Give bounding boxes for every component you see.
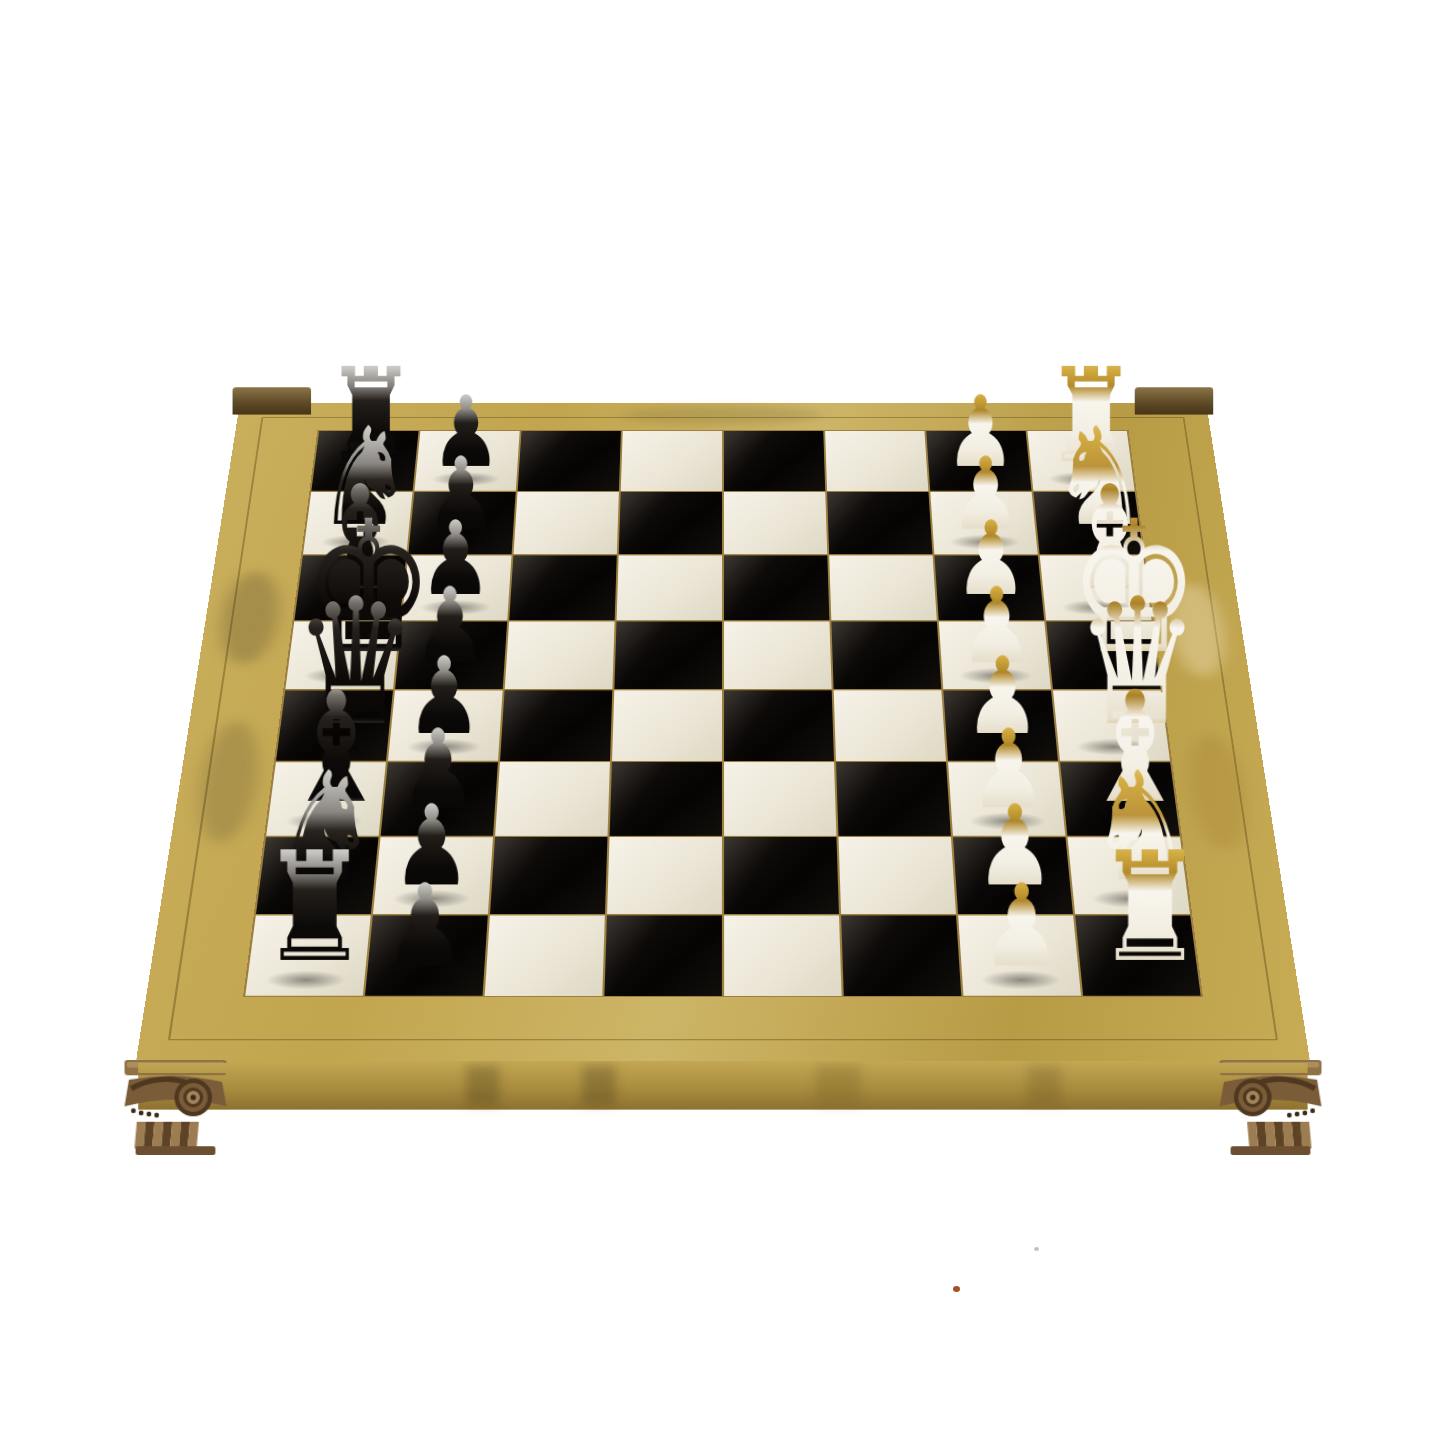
- front-edge-reflection: [1027, 1065, 1060, 1105]
- piece-black-pawn-a7[interactable]: ♟: [366, 870, 483, 984]
- square-d6[interactable]: [500, 690, 612, 760]
- white-rook-icon: ♜: [1096, 832, 1205, 984]
- square-g6[interactable]: [514, 492, 619, 554]
- product-photo-stage: ♜♟♟♜♞♟♟♞♝♟♟♝♚♟♟♚♛♟♟♛♝♟♟♝♞♟♟♞♜♟♟♜: [0, 0, 1445, 1445]
- piece-white-pawn-a2[interactable]: ♟: [963, 870, 1080, 984]
- square-f4[interactable]: [724, 555, 829, 620]
- square-f6[interactable]: [509, 555, 617, 620]
- playing-area-grid: ♜♟♟♜♞♟♟♞♝♟♟♝♚♟♟♚♛♟♟♛♝♟♟♝♞♟♟♞♜♟♟♜: [243, 430, 1203, 998]
- foot-ornament-icon: [1217, 1060, 1323, 1155]
- black-pawn-icon: ♟: [384, 870, 466, 984]
- square-d3[interactable]: [834, 690, 946, 760]
- square-b5[interactable]: [607, 837, 722, 914]
- piece-white-rook-a1[interactable]: ♜: [1082, 832, 1199, 984]
- chess-board: ♜♟♟♜♞♟♟♞♝♟♟♝♚♟♟♚♛♟♟♛♝♟♟♝♞♟♟♞♜♟♟♜: [136, 403, 1310, 1061]
- square-a2[interactable]: ♟: [958, 915, 1081, 995]
- square-g3[interactable]: [827, 492, 932, 554]
- ionic-column-foot-right: [1217, 1060, 1323, 1155]
- square-c3[interactable]: [836, 762, 951, 836]
- square-c4[interactable]: [724, 762, 836, 836]
- board-scene: ♜♟♟♜♞♟♟♞♝♟♟♝♚♟♟♚♛♟♟♛♝♟♟♝♞♟♟♞♜♟♟♜: [0, 0, 1445, 1445]
- square-d4[interactable]: [724, 690, 834, 760]
- square-e4[interactable]: [724, 622, 832, 690]
- square-e6[interactable]: [505, 622, 615, 690]
- square-a5[interactable]: [604, 915, 722, 995]
- frame-reflection: [622, 406, 824, 424]
- square-e5[interactable]: [614, 622, 722, 690]
- square-a7[interactable]: ♟: [365, 915, 488, 995]
- square-h6[interactable]: [518, 431, 621, 491]
- square-h5[interactable]: [621, 431, 722, 491]
- front-edge-reflection: [817, 1065, 861, 1105]
- square-c5[interactable]: [610, 762, 722, 836]
- square-b3[interactable]: [839, 837, 956, 914]
- square-h3[interactable]: [825, 431, 928, 491]
- black-rook-icon: ♜: [260, 832, 369, 984]
- square-a1[interactable]: ♜: [1075, 915, 1200, 995]
- back-corner-bracket-left: [233, 387, 312, 414]
- square-e3[interactable]: [831, 622, 941, 690]
- board-front-edge: [138, 1061, 1308, 1110]
- square-a6[interactable]: [485, 915, 605, 995]
- square-g4[interactable]: [724, 492, 827, 554]
- front-edge-reflection: [583, 1065, 616, 1105]
- foot-ornament-icon: [122, 1060, 228, 1155]
- square-f3[interactable]: [829, 555, 937, 620]
- piece-black-rook-a8[interactable]: ♜: [247, 832, 364, 984]
- square-a8[interactable]: ♜: [245, 915, 370, 995]
- front-edge-reflection: [466, 1065, 499, 1105]
- square-b6[interactable]: [490, 837, 607, 914]
- square-f5[interactable]: [617, 555, 722, 620]
- ionic-column-foot-left: [122, 1060, 228, 1155]
- square-b4[interactable]: [724, 837, 839, 914]
- square-a3[interactable]: [841, 915, 961, 995]
- square-d5[interactable]: [612, 690, 722, 760]
- square-c6[interactable]: [495, 762, 610, 836]
- white-pawn-icon: ♟: [980, 870, 1062, 984]
- square-g5[interactable]: [619, 492, 722, 554]
- dust-speck: [1034, 1247, 1039, 1251]
- square-a4[interactable]: [724, 915, 842, 995]
- dust-speck: [953, 1286, 960, 1292]
- square-h4[interactable]: [724, 431, 825, 491]
